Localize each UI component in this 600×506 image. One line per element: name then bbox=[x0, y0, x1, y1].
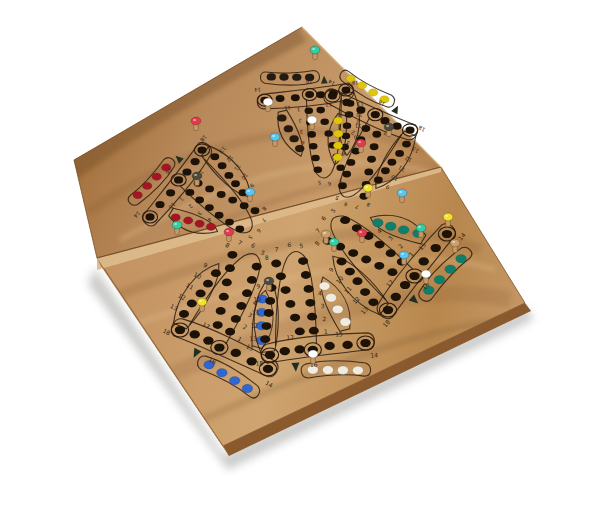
track-hole[interactable] bbox=[227, 251, 237, 259]
track-hole[interactable] bbox=[372, 131, 381, 138]
track-hole[interactable] bbox=[252, 263, 262, 271]
peg-highlight bbox=[418, 226, 421, 228]
track-hole[interactable] bbox=[219, 293, 229, 301]
track-hole[interactable] bbox=[383, 306, 393, 314]
track-hole[interactable] bbox=[211, 269, 221, 277]
base-hole-red[interactable] bbox=[152, 173, 162, 180]
track-hole[interactable] bbox=[222, 279, 232, 287]
track-hole[interactable] bbox=[216, 307, 226, 315]
track-hole[interactable] bbox=[409, 272, 419, 280]
track-hole[interactable] bbox=[368, 298, 378, 306]
track-hole[interactable] bbox=[342, 87, 351, 94]
track-hole[interactable] bbox=[291, 94, 300, 101]
track-hole[interactable] bbox=[374, 177, 383, 184]
track-hole[interactable] bbox=[186, 189, 195, 196]
track-number: 13 bbox=[249, 335, 257, 342]
track-number: 2 bbox=[298, 118, 302, 124]
peg-highlight bbox=[247, 190, 250, 192]
track-hole[interactable] bbox=[218, 162, 227, 169]
peg-top bbox=[450, 239, 460, 247]
track-hole[interactable] bbox=[298, 257, 308, 265]
track-hole[interactable] bbox=[295, 345, 305, 353]
track-hole[interactable] bbox=[290, 314, 300, 322]
track-hole[interactable] bbox=[375, 241, 385, 249]
peg-highlight bbox=[365, 186, 368, 188]
track-hole[interactable] bbox=[280, 347, 290, 355]
track-hole[interactable] bbox=[145, 213, 154, 220]
peg-top bbox=[421, 270, 431, 278]
track-hole[interactable] bbox=[305, 91, 314, 98]
finish-hole-green[interactable] bbox=[398, 226, 409, 234]
peg-highlight bbox=[310, 352, 313, 354]
track-number: 18 bbox=[417, 124, 426, 133]
peg-highlight bbox=[174, 223, 177, 225]
base-hole-blue[interactable] bbox=[242, 384, 253, 392]
finish-hole-red[interactable] bbox=[183, 217, 193, 224]
track-hole[interactable] bbox=[340, 216, 350, 224]
track-hole[interactable] bbox=[265, 351, 275, 359]
track-hole[interactable] bbox=[395, 150, 404, 157]
track-number: 12 bbox=[250, 322, 258, 329]
peg-top bbox=[443, 213, 453, 221]
track-hole[interactable] bbox=[179, 310, 189, 318]
base-hole-green[interactable] bbox=[434, 276, 445, 284]
peg-top bbox=[357, 229, 367, 237]
track-hole[interactable] bbox=[328, 92, 337, 99]
base-hole-black[interactable] bbox=[267, 73, 276, 80]
finish-hole-yellow[interactable] bbox=[334, 130, 344, 137]
track-hole[interactable] bbox=[324, 342, 334, 350]
track-hole[interactable] bbox=[402, 141, 411, 148]
peg-top bbox=[270, 133, 280, 141]
track-hole[interactable] bbox=[182, 168, 191, 175]
track-hole[interactable] bbox=[353, 277, 363, 285]
track-hole[interactable] bbox=[242, 289, 252, 297]
track-hole[interactable] bbox=[225, 219, 234, 226]
track-hole[interactable] bbox=[271, 260, 281, 268]
track-hole[interactable] bbox=[307, 131, 316, 138]
base-hole-red[interactable] bbox=[133, 191, 143, 198]
peg-top bbox=[308, 350, 318, 358]
track-hole[interactable] bbox=[215, 212, 224, 219]
track-hole[interactable] bbox=[276, 272, 286, 280]
track-hole[interactable] bbox=[276, 95, 285, 102]
finish-hole-red[interactable] bbox=[195, 220, 205, 227]
track-hole[interactable] bbox=[305, 107, 314, 114]
track-number: 8 bbox=[265, 254, 269, 261]
track-hole[interactable] bbox=[316, 107, 325, 114]
track-hole[interactable] bbox=[305, 299, 315, 307]
finish-hole-white[interactable] bbox=[340, 318, 351, 326]
peg-top bbox=[263, 98, 273, 106]
peg-top bbox=[172, 221, 182, 229]
peg-top bbox=[192, 172, 202, 180]
track-hole[interactable] bbox=[386, 249, 396, 257]
track-number: 1 bbox=[324, 328, 328, 335]
track-hole[interactable] bbox=[231, 180, 240, 187]
peg-highlight bbox=[358, 141, 361, 143]
track-hole[interactable] bbox=[304, 285, 314, 293]
track-hole[interactable] bbox=[388, 159, 397, 166]
track-number: 6 bbox=[287, 241, 291, 248]
peg-highlight bbox=[423, 272, 426, 274]
finish-hole-red[interactable] bbox=[206, 223, 216, 230]
track-hole[interactable] bbox=[347, 159, 356, 166]
track-hole[interactable] bbox=[314, 166, 323, 173]
track-hole[interactable] bbox=[338, 182, 347, 189]
base-hole-yellow[interactable] bbox=[357, 82, 367, 89]
tock-board-photo: 1816141715131211109876543211816141715131… bbox=[0, 0, 600, 506]
track-hole[interactable] bbox=[374, 262, 384, 270]
finish-hole-black[interactable] bbox=[284, 125, 293, 132]
track-hole[interactable] bbox=[309, 143, 318, 150]
track-hole[interactable] bbox=[367, 156, 376, 163]
track-hole[interactable] bbox=[381, 167, 390, 174]
track-hole[interactable] bbox=[345, 268, 355, 276]
peg-top bbox=[321, 230, 331, 238]
track-hole[interactable] bbox=[190, 330, 200, 338]
track-hole[interactable] bbox=[166, 189, 175, 196]
track-hole[interactable] bbox=[360, 288, 370, 296]
base-hole-black[interactable] bbox=[292, 74, 301, 81]
base-hole-yellow[interactable] bbox=[368, 89, 378, 96]
track-hole[interactable] bbox=[195, 197, 204, 204]
peg-highlight bbox=[194, 174, 197, 176]
track-hole[interactable] bbox=[342, 171, 351, 178]
track-hole[interactable] bbox=[264, 309, 274, 317]
peg-top bbox=[399, 251, 409, 259]
finish-hole-white[interactable] bbox=[332, 305, 343, 313]
track-hole[interactable] bbox=[342, 99, 351, 106]
track-hole[interactable] bbox=[400, 281, 410, 289]
board-scene: 1816141715131211109876543211816141715131… bbox=[0, 0, 600, 506]
track-hole[interactable] bbox=[320, 118, 329, 125]
track-hole[interactable] bbox=[301, 271, 311, 279]
finish-hole-green[interactable] bbox=[385, 222, 396, 230]
track-hole[interactable] bbox=[231, 315, 241, 323]
peg-top bbox=[307, 116, 317, 124]
track-hole[interactable] bbox=[231, 349, 241, 357]
track-hole[interactable] bbox=[205, 185, 214, 192]
track-hole[interactable] bbox=[295, 328, 305, 336]
track-hole[interactable] bbox=[391, 293, 401, 301]
track-hole[interactable] bbox=[155, 201, 164, 208]
peg-top bbox=[191, 117, 201, 125]
track-number: 1 bbox=[297, 107, 301, 113]
track-hole[interactable] bbox=[260, 335, 270, 343]
track-hole[interactable] bbox=[387, 268, 397, 276]
track-hole[interactable] bbox=[214, 343, 224, 351]
track-number: 3 bbox=[300, 129, 304, 135]
track-hole[interactable] bbox=[361, 256, 371, 264]
track-hole[interactable] bbox=[342, 341, 352, 349]
peg-top bbox=[356, 139, 366, 147]
track-hole[interactable] bbox=[281, 286, 291, 294]
peg-top bbox=[245, 188, 255, 196]
peg-highlight bbox=[272, 135, 275, 137]
track-hole[interactable] bbox=[213, 321, 223, 329]
finish-hole-green[interactable] bbox=[372, 219, 383, 227]
peg-top bbox=[397, 189, 407, 197]
peg-highlight bbox=[312, 48, 315, 50]
track-number: 15 bbox=[335, 330, 343, 337]
track-hole[interactable] bbox=[191, 158, 200, 165]
peg-top bbox=[363, 184, 373, 192]
finish-hole-white[interactable] bbox=[326, 294, 337, 302]
track-number: 10 bbox=[253, 295, 261, 302]
peg-top bbox=[384, 123, 394, 131]
peg-highlight bbox=[445, 215, 448, 217]
track-number: 18 bbox=[255, 359, 263, 366]
track-hole[interactable] bbox=[371, 111, 380, 118]
track-hole[interactable] bbox=[431, 244, 441, 252]
track-hole[interactable] bbox=[225, 264, 235, 272]
track-hole[interactable] bbox=[225, 172, 234, 179]
track-hole[interactable] bbox=[337, 258, 347, 266]
track-hole[interactable] bbox=[285, 300, 295, 308]
peg-highlight bbox=[226, 230, 229, 232]
finish-hole-black[interactable] bbox=[277, 114, 286, 121]
base-hole-green[interactable] bbox=[456, 255, 467, 263]
track-number: 4 bbox=[302, 140, 306, 146]
peg-top bbox=[224, 228, 234, 236]
track-hole[interactable] bbox=[311, 155, 320, 162]
finish-hole-yellow[interactable] bbox=[333, 154, 343, 161]
peg-highlight bbox=[193, 119, 196, 121]
track-number: 17 bbox=[286, 334, 294, 341]
peg-highlight bbox=[309, 118, 312, 120]
track-hole[interactable] bbox=[263, 365, 273, 373]
base-hole-white[interactable] bbox=[323, 366, 334, 374]
peg-top bbox=[416, 224, 426, 232]
track-hole[interactable] bbox=[240, 202, 249, 209]
track-hole[interactable] bbox=[262, 322, 272, 330]
peg-highlight bbox=[452, 241, 455, 243]
peg-top bbox=[197, 298, 207, 306]
track-hole[interactable] bbox=[203, 280, 213, 288]
track-hole[interactable] bbox=[251, 207, 260, 214]
track-hole[interactable] bbox=[364, 168, 373, 175]
track-hole[interactable] bbox=[235, 226, 244, 233]
track-number: 11 bbox=[252, 308, 260, 315]
finish-hole-yellow[interactable] bbox=[333, 117, 343, 124]
track-number: 14 bbox=[370, 351, 378, 358]
track-number: 3 bbox=[320, 302, 324, 309]
track-hole[interactable] bbox=[348, 249, 358, 257]
track-hole[interactable] bbox=[362, 125, 371, 132]
finish-hole-black[interactable] bbox=[290, 135, 299, 142]
base-hole-white[interactable] bbox=[353, 366, 364, 374]
peg-highlight bbox=[359, 231, 362, 233]
track-number: 7 bbox=[274, 245, 278, 252]
base-hole-yellow[interactable] bbox=[346, 75, 356, 82]
track-hole[interactable] bbox=[309, 327, 319, 335]
peg-highlight bbox=[399, 191, 402, 193]
finish-hole-yellow[interactable] bbox=[333, 142, 343, 149]
track-number: 15 bbox=[284, 105, 291, 111]
track-number: 14 bbox=[254, 87, 261, 93]
track-hole[interactable] bbox=[307, 313, 317, 321]
peg-highlight bbox=[323, 232, 326, 234]
base-hole-black[interactable] bbox=[279, 74, 288, 81]
peg-top bbox=[264, 277, 274, 285]
track-hole[interactable] bbox=[197, 146, 206, 153]
base-hole-white[interactable] bbox=[338, 366, 349, 374]
track-hole[interactable] bbox=[419, 257, 429, 265]
peg-highlight bbox=[265, 100, 268, 102]
track-number: 16 bbox=[306, 79, 313, 85]
peg-highlight bbox=[386, 125, 389, 127]
track-number: 9 bbox=[256, 282, 260, 289]
track-hole[interactable] bbox=[228, 197, 237, 204]
track-hole[interactable] bbox=[225, 328, 235, 336]
base-hole-green[interactable] bbox=[445, 265, 456, 273]
track-number: 5 bbox=[299, 242, 303, 249]
track-hole[interactable] bbox=[360, 339, 370, 347]
track-hole[interactable] bbox=[175, 326, 185, 334]
peg-highlight bbox=[266, 279, 269, 281]
peg-top bbox=[310, 46, 320, 54]
track-hole[interactable] bbox=[356, 106, 365, 113]
track-hole[interactable] bbox=[405, 126, 414, 133]
track-hole[interactable] bbox=[217, 191, 226, 198]
base-hole-red[interactable] bbox=[142, 182, 152, 189]
track-hole[interactable] bbox=[205, 204, 214, 211]
peg-highlight bbox=[401, 253, 404, 255]
track-number: 2 bbox=[322, 315, 326, 322]
finish-hole-red[interactable] bbox=[171, 214, 181, 221]
track-hole[interactable] bbox=[210, 153, 219, 160]
base-hole-blue[interactable] bbox=[217, 369, 228, 377]
track-hole[interactable] bbox=[187, 300, 197, 308]
track-hole[interactable] bbox=[370, 143, 379, 150]
track-hole[interactable] bbox=[265, 297, 275, 305]
track-hole[interactable] bbox=[174, 176, 183, 183]
track-number: 6 bbox=[328, 181, 332, 187]
peg-top bbox=[329, 238, 339, 246]
track-hole[interactable] bbox=[196, 290, 206, 298]
peg-highlight bbox=[199, 300, 202, 302]
track-number: 4 bbox=[318, 289, 322, 296]
track-number: 5 bbox=[318, 180, 322, 186]
base-hole-blue[interactable] bbox=[229, 376, 240, 384]
track-hole[interactable] bbox=[442, 230, 452, 238]
peg-highlight bbox=[331, 240, 334, 242]
track-hole[interactable] bbox=[236, 302, 246, 310]
